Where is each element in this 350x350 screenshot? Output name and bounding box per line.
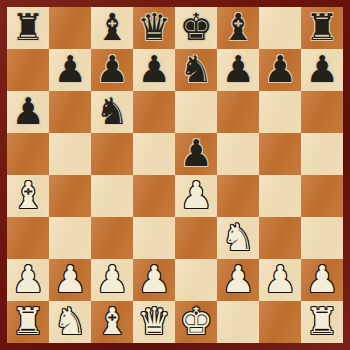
black-knight[interactable]: ♞	[179, 49, 212, 91]
square-f1[interactable]	[217, 301, 259, 343]
chess-board: ♜♝♛♚♝♜♟♟♟♞♟♟♟♟♞♟♝♟♞♟♟♟♟♟♟♟♜♞♝♛♚♜	[7, 7, 343, 343]
white-rook[interactable]: ♜	[11, 301, 44, 343]
white-pawn[interactable]: ♟	[221, 259, 254, 301]
square-b3[interactable]	[49, 217, 91, 259]
black-pawn[interactable]: ♟	[221, 49, 254, 91]
square-b2[interactable]: ♟	[49, 259, 91, 301]
square-d6[interactable]	[133, 91, 175, 133]
black-pawn[interactable]: ♟	[179, 133, 212, 175]
white-king[interactable]: ♚	[179, 301, 212, 343]
white-pawn[interactable]: ♟	[263, 259, 296, 301]
square-c2[interactable]: ♟	[91, 259, 133, 301]
square-d3[interactable]	[133, 217, 175, 259]
square-c1[interactable]: ♝	[91, 301, 133, 343]
square-a5[interactable]	[7, 133, 49, 175]
square-h5[interactable]	[301, 133, 343, 175]
square-f8[interactable]: ♝	[217, 7, 259, 49]
square-e5[interactable]: ♟	[175, 133, 217, 175]
white-knight[interactable]: ♞	[53, 301, 86, 343]
white-bishop[interactable]: ♝	[95, 301, 128, 343]
black-pawn[interactable]: ♟	[53, 49, 86, 91]
square-e1[interactable]: ♚	[175, 301, 217, 343]
square-h6[interactable]	[301, 91, 343, 133]
square-h7[interactable]: ♟	[301, 49, 343, 91]
square-b7[interactable]: ♟	[49, 49, 91, 91]
square-a4[interactable]: ♝	[7, 175, 49, 217]
black-king[interactable]: ♚	[179, 7, 212, 49]
square-g1[interactable]	[259, 301, 301, 343]
square-a6[interactable]: ♟	[7, 91, 49, 133]
white-pawn[interactable]: ♟	[305, 259, 338, 301]
white-queen[interactable]: ♛	[137, 301, 170, 343]
square-a3[interactable]	[7, 217, 49, 259]
square-d7[interactable]: ♟	[133, 49, 175, 91]
square-e2[interactable]	[175, 259, 217, 301]
black-pawn[interactable]: ♟	[263, 49, 296, 91]
square-c4[interactable]	[91, 175, 133, 217]
square-g5[interactable]	[259, 133, 301, 175]
black-queen[interactable]: ♛	[137, 7, 170, 49]
square-g7[interactable]: ♟	[259, 49, 301, 91]
black-rook[interactable]: ♜	[11, 7, 44, 49]
white-pawn[interactable]: ♟	[137, 259, 170, 301]
black-bishop[interactable]: ♝	[221, 7, 254, 49]
square-c8[interactable]: ♝	[91, 7, 133, 49]
square-d1[interactable]: ♛	[133, 301, 175, 343]
white-pawn[interactable]: ♟	[179, 175, 212, 217]
square-a8[interactable]: ♜	[7, 7, 49, 49]
square-a1[interactable]: ♜	[7, 301, 49, 343]
square-d8[interactable]: ♛	[133, 7, 175, 49]
square-f7[interactable]: ♟	[217, 49, 259, 91]
square-e7[interactable]: ♞	[175, 49, 217, 91]
square-a7[interactable]	[7, 49, 49, 91]
black-pawn[interactable]: ♟	[305, 49, 338, 91]
board-frame: ♜♝♛♚♝♜♟♟♟♞♟♟♟♟♞♟♝♟♞♟♟♟♟♟♟♟♜♞♝♛♚♜	[0, 0, 350, 350]
square-e4[interactable]: ♟	[175, 175, 217, 217]
square-g4[interactable]	[259, 175, 301, 217]
white-knight[interactable]: ♞	[221, 217, 254, 259]
square-b6[interactable]	[49, 91, 91, 133]
square-h3[interactable]	[301, 217, 343, 259]
square-c5[interactable]	[91, 133, 133, 175]
square-e3[interactable]	[175, 217, 217, 259]
square-d4[interactable]	[133, 175, 175, 217]
square-d2[interactable]: ♟	[133, 259, 175, 301]
square-b5[interactable]	[49, 133, 91, 175]
square-a2[interactable]: ♟	[7, 259, 49, 301]
square-g2[interactable]: ♟	[259, 259, 301, 301]
white-pawn[interactable]: ♟	[11, 259, 44, 301]
black-pawn[interactable]: ♟	[11, 91, 44, 133]
square-g6[interactable]	[259, 91, 301, 133]
square-g3[interactable]	[259, 217, 301, 259]
black-pawn[interactable]: ♟	[95, 49, 128, 91]
square-h8[interactable]: ♜	[301, 7, 343, 49]
white-pawn[interactable]: ♟	[95, 259, 128, 301]
white-rook[interactable]: ♜	[305, 301, 338, 343]
square-e6[interactable]	[175, 91, 217, 133]
square-c3[interactable]	[91, 217, 133, 259]
square-f6[interactable]	[217, 91, 259, 133]
square-e8[interactable]: ♚	[175, 7, 217, 49]
square-g8[interactable]	[259, 7, 301, 49]
square-f3[interactable]: ♞	[217, 217, 259, 259]
square-c7[interactable]: ♟	[91, 49, 133, 91]
square-h1[interactable]: ♜	[301, 301, 343, 343]
square-c6[interactable]: ♞	[91, 91, 133, 133]
square-b4[interactable]	[49, 175, 91, 217]
square-f5[interactable]	[217, 133, 259, 175]
square-b1[interactable]: ♞	[49, 301, 91, 343]
black-knight[interactable]: ♞	[95, 91, 128, 133]
square-h4[interactable]	[301, 175, 343, 217]
white-bishop[interactable]: ♝	[11, 175, 44, 217]
black-pawn[interactable]: ♟	[137, 49, 170, 91]
square-h2[interactable]: ♟	[301, 259, 343, 301]
square-d5[interactable]	[133, 133, 175, 175]
square-b8[interactable]	[49, 7, 91, 49]
black-bishop[interactable]: ♝	[95, 7, 128, 49]
square-f2[interactable]: ♟	[217, 259, 259, 301]
white-pawn[interactable]: ♟	[53, 259, 86, 301]
black-rook[interactable]: ♜	[305, 7, 338, 49]
square-f4[interactable]	[217, 175, 259, 217]
